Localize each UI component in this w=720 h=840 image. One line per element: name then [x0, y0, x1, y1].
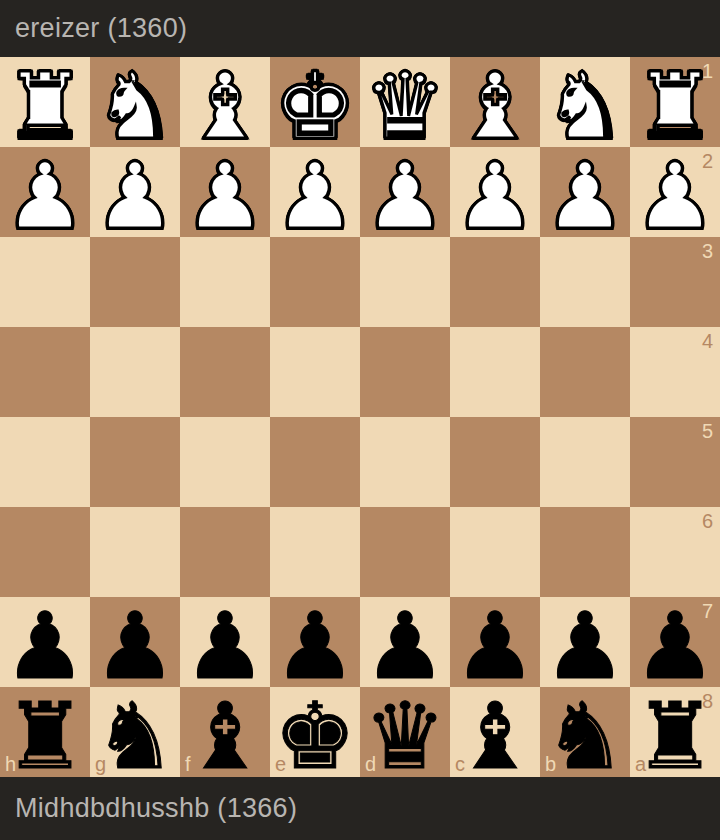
black-bishop[interactable]: ♝ — [184, 691, 266, 783]
square-e4[interactable] — [270, 327, 360, 417]
square-h5[interactable] — [0, 417, 90, 507]
square-f6[interactable] — [180, 507, 270, 597]
file-label-e: e — [275, 754, 286, 774]
square-f2[interactable]: ♟ — [180, 147, 270, 237]
square-g1[interactable]: ♞ — [90, 57, 180, 147]
black-pawn[interactable]: ♟ — [4, 601, 86, 693]
square-d7[interactable]: ♟ — [360, 597, 450, 687]
square-c2[interactable]: ♟ — [450, 147, 540, 237]
square-f7[interactable]: ♟ — [180, 597, 270, 687]
white-pawn[interactable]: ♟ — [94, 151, 176, 243]
square-g2[interactable]: ♟ — [90, 147, 180, 237]
square-h4[interactable] — [0, 327, 90, 417]
square-b5[interactable] — [540, 417, 630, 507]
white-pawn[interactable]: ♟ — [544, 151, 626, 243]
square-a3[interactable]: 3 — [630, 237, 720, 327]
black-pawn[interactable]: ♟ — [544, 601, 626, 693]
white-queen[interactable]: ♛ — [364, 61, 446, 153]
square-e6[interactable] — [270, 507, 360, 597]
square-e8[interactable]: ♚e — [270, 687, 360, 777]
square-e7[interactable]: ♟ — [270, 597, 360, 687]
square-f1[interactable]: ♝ — [180, 57, 270, 147]
square-a1[interactable]: ♜1 — [630, 57, 720, 147]
square-f3[interactable] — [180, 237, 270, 327]
black-pawn[interactable]: ♟ — [184, 601, 266, 693]
square-c8[interactable]: ♝c — [450, 687, 540, 777]
file-label-d: d — [365, 754, 376, 774]
white-bishop[interactable]: ♝ — [184, 61, 266, 153]
square-g8[interactable]: ♞g — [90, 687, 180, 777]
top-player-bar: ereizer (1360) — [0, 0, 720, 57]
square-h1[interactable]: ♜ — [0, 57, 90, 147]
white-king[interactable]: ♚ — [274, 61, 356, 153]
chess-board: ♜♞♝♚♛♝♞♜1♟♟♟♟♟♟♟♟23456♟♟♟♟♟♟♟♟7♜h♞g♝f♚e♛… — [0, 57, 720, 777]
rank-label-8: 8 — [702, 691, 713, 711]
square-e5[interactable] — [270, 417, 360, 507]
square-h7[interactable]: ♟ — [0, 597, 90, 687]
rank-label-2: 2 — [702, 151, 713, 171]
rank-label-7: 7 — [702, 601, 713, 621]
black-pawn[interactable]: ♟ — [94, 601, 176, 693]
square-f4[interactable] — [180, 327, 270, 417]
square-d3[interactable] — [360, 237, 450, 327]
file-label-f: f — [185, 754, 191, 774]
square-d5[interactable] — [360, 417, 450, 507]
square-c6[interactable] — [450, 507, 540, 597]
white-pawn[interactable]: ♟ — [364, 151, 446, 243]
square-b8[interactable]: ♞b — [540, 687, 630, 777]
white-rook[interactable]: ♜ — [4, 61, 86, 153]
square-h3[interactable] — [0, 237, 90, 327]
white-pawn[interactable]: ♟ — [274, 151, 356, 243]
square-e2[interactable]: ♟ — [270, 147, 360, 237]
white-pawn[interactable]: ♟ — [4, 151, 86, 243]
rank-label-6: 6 — [702, 511, 713, 531]
white-pawn[interactable]: ♟ — [454, 151, 536, 243]
square-f8[interactable]: ♝f — [180, 687, 270, 777]
square-g6[interactable] — [90, 507, 180, 597]
square-b6[interactable] — [540, 507, 630, 597]
file-label-g: g — [95, 754, 106, 774]
square-b4[interactable] — [540, 327, 630, 417]
white-bishop[interactable]: ♝ — [454, 61, 536, 153]
white-pawn[interactable]: ♟ — [184, 151, 266, 243]
rank-label-1: 1 — [702, 61, 713, 81]
square-c3[interactable] — [450, 237, 540, 327]
square-g4[interactable] — [90, 327, 180, 417]
square-d6[interactable] — [360, 507, 450, 597]
square-a5[interactable]: 5 — [630, 417, 720, 507]
square-h2[interactable]: ♟ — [0, 147, 90, 237]
game-screen: ereizer (1360) ♜♞♝♚♛♝♞♜1♟♟♟♟♟♟♟♟23456♟♟♟… — [0, 0, 720, 840]
top-player-name: ereizer (1360) — [15, 13, 187, 44]
white-knight[interactable]: ♞ — [544, 61, 626, 153]
white-knight[interactable]: ♞ — [94, 61, 176, 153]
file-label-a: a — [635, 754, 646, 774]
black-pawn[interactable]: ♟ — [274, 601, 356, 693]
square-c5[interactable] — [450, 417, 540, 507]
rank-label-5: 5 — [702, 421, 713, 441]
square-d8[interactable]: ♛d — [360, 687, 450, 777]
square-a8[interactable]: ♜8a — [630, 687, 720, 777]
rank-label-4: 4 — [702, 331, 713, 351]
black-pawn[interactable]: ♟ — [364, 601, 446, 693]
rank-label-3: 3 — [702, 241, 713, 261]
square-c1[interactable]: ♝ — [450, 57, 540, 147]
square-e1[interactable]: ♚ — [270, 57, 360, 147]
square-a4[interactable]: 4 — [630, 327, 720, 417]
bottom-player-name: Midhdbdhusshb (1366) — [15, 793, 297, 824]
square-h8[interactable]: ♜h — [0, 687, 90, 777]
square-h6[interactable] — [0, 507, 90, 597]
file-label-c: c — [455, 754, 465, 774]
square-e3[interactable] — [270, 237, 360, 327]
square-b2[interactable]: ♟ — [540, 147, 630, 237]
square-d2[interactable]: ♟ — [360, 147, 450, 237]
square-f5[interactable] — [180, 417, 270, 507]
square-c7[interactable]: ♟ — [450, 597, 540, 687]
square-g7[interactable]: ♟ — [90, 597, 180, 687]
square-d1[interactable]: ♛ — [360, 57, 450, 147]
square-b7[interactable]: ♟ — [540, 597, 630, 687]
square-b3[interactable] — [540, 237, 630, 327]
square-a7[interactable]: ♟7 — [630, 597, 720, 687]
square-b1[interactable]: ♞ — [540, 57, 630, 147]
square-d4[interactable] — [360, 327, 450, 417]
square-g3[interactable] — [90, 237, 180, 327]
black-pawn[interactable]: ♟ — [454, 601, 536, 693]
file-label-b: b — [545, 754, 556, 774]
square-g5[interactable] — [90, 417, 180, 507]
square-a2[interactable]: ♟2 — [630, 147, 720, 237]
file-label-h: h — [5, 754, 16, 774]
black-bishop[interactable]: ♝ — [454, 691, 536, 783]
square-c4[interactable] — [450, 327, 540, 417]
square-a6[interactable]: 6 — [630, 507, 720, 597]
